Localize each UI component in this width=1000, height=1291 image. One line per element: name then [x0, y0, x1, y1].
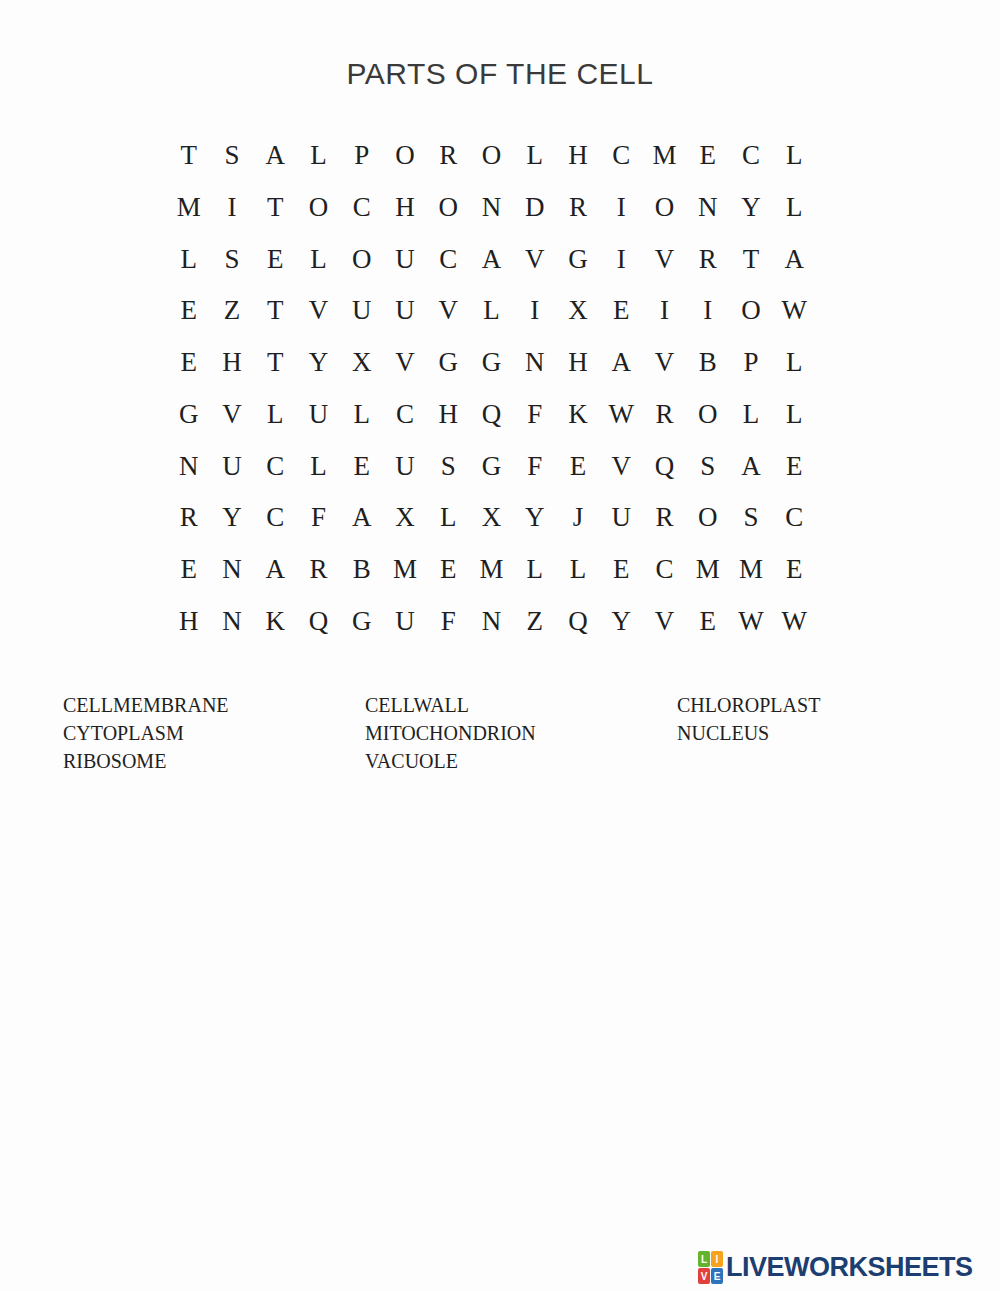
grid-cell-r10c11[interactable]: Y — [600, 595, 643, 647]
grid-cell-r1c1[interactable]: T — [167, 130, 210, 182]
grid-cell-r2c7[interactable]: O — [427, 182, 470, 234]
word-list-item: CYTOPLASM — [63, 719, 229, 747]
grid-cell-r4c7[interactable]: V — [427, 285, 470, 337]
grid-cell-r6c2[interactable]: V — [210, 389, 253, 441]
grid-cell-r9c10[interactable]: L — [556, 544, 599, 596]
grid-cell-r5c8[interactable]: G — [470, 337, 513, 389]
grid-cell-r1c9[interactable]: L — [513, 130, 556, 182]
grid-cell-r3c5[interactable]: O — [340, 233, 383, 285]
grid-cell-r8c12[interactable]: R — [643, 492, 686, 544]
grid-cell-r9c5[interactable]: B — [340, 544, 383, 596]
grid-cell-r9c7[interactable]: E — [427, 544, 470, 596]
grid-cell-r4c13[interactable]: I — [686, 285, 729, 337]
grid-cell-r2c9[interactable]: D — [513, 182, 556, 234]
grid-cell-r1c15[interactable]: L — [773, 130, 816, 182]
grid-cell-r4c5[interactable]: U — [340, 285, 383, 337]
grid-cell-r7c5[interactable]: E — [340, 440, 383, 492]
grid-cell-r6c1[interactable]: G — [167, 389, 210, 441]
grid-cell-r7c8[interactable]: G — [470, 440, 513, 492]
grid-cell-r1c3[interactable]: A — [254, 130, 297, 182]
grid-cell-r5c13[interactable]: B — [686, 337, 729, 389]
grid-cell-r10c6[interactable]: U — [383, 595, 426, 647]
grid-cell-r9c9[interactable]: L — [513, 544, 556, 596]
grid-cell-r10c4[interactable]: Q — [297, 595, 340, 647]
grid-cell-r5c3[interactable]: T — [254, 337, 297, 389]
grid-cell-r7c14[interactable]: A — [729, 440, 772, 492]
grid-cell-r8c2[interactable]: Y — [210, 492, 253, 544]
grid-cell-r10c15[interactable]: W — [773, 595, 816, 647]
grid-cell-r7c7[interactable]: S — [427, 440, 470, 492]
grid-cell-r3c10[interactable]: G — [556, 233, 599, 285]
logo-tile-v: V — [698, 1268, 710, 1284]
grid-cell-r6c9[interactable]: F — [513, 389, 556, 441]
grid-cell-r7c9[interactable]: F — [513, 440, 556, 492]
grid-cell-r8c7[interactable]: L — [427, 492, 470, 544]
grid-cell-r9c8[interactable]: M — [470, 544, 513, 596]
grid-cell-r3c4[interactable]: L — [297, 233, 340, 285]
grid-cell-r3c15[interactable]: A — [773, 233, 816, 285]
grid-cell-r3c12[interactable]: V — [643, 233, 686, 285]
grid-cell-r10c7[interactable]: F — [427, 595, 470, 647]
logo-tile-l: L — [698, 1251, 710, 1267]
grid-cell-r9c11[interactable]: E — [600, 544, 643, 596]
grid-cell-r9c12[interactable]: C — [643, 544, 686, 596]
grid-cell-r4c3[interactable]: T — [254, 285, 297, 337]
grid-cell-r9c2[interactable]: N — [210, 544, 253, 596]
grid-cell-r1c7[interactable]: R — [427, 130, 470, 182]
grid-cell-r6c13[interactable]: O — [686, 389, 729, 441]
grid-cell-r8c14[interactable]: S — [729, 492, 772, 544]
liveworksheets-logo-icon: LIVE — [698, 1251, 723, 1284]
liveworksheets-logo: LIVE LIVEWORKSHEETS — [698, 1251, 973, 1284]
grid-cell-r7c4[interactable]: L — [297, 440, 340, 492]
grid-cell-r5c11[interactable]: A — [600, 337, 643, 389]
grid-cell-r3c9[interactable]: V — [513, 233, 556, 285]
word-list-item: CELLWALL — [365, 691, 536, 719]
grid-cell-r2c6[interactable]: H — [383, 182, 426, 234]
grid-cell-r10c12[interactable]: V — [643, 595, 686, 647]
grid-cell-r10c8[interactable]: N — [470, 595, 513, 647]
grid-cell-r10c14[interactable]: W — [729, 595, 772, 647]
grid-cell-r10c9[interactable]: Z — [513, 595, 556, 647]
grid-cell-r8c4[interactable]: F — [297, 492, 340, 544]
grid-cell-r5c12[interactable]: V — [643, 337, 686, 389]
grid-cell-r5c4[interactable]: Y — [297, 337, 340, 389]
grid-cell-r8c1[interactable]: R — [167, 492, 210, 544]
grid-cell-r5c1[interactable]: E — [167, 337, 210, 389]
grid-cell-r6c8[interactable]: Q — [470, 389, 513, 441]
grid-cell-r8c13[interactable]: O — [686, 492, 729, 544]
grid-cell-r4c8[interactable]: L — [470, 285, 513, 337]
grid-cell-r2c5[interactable]: C — [340, 182, 383, 234]
grid-cell-r10c2[interactable]: N — [210, 595, 253, 647]
grid-cell-r8c11[interactable]: U — [600, 492, 643, 544]
grid-cell-r9c1[interactable]: E — [167, 544, 210, 596]
liveworksheets-logo-text: LIVEWORKSHEETS — [726, 1252, 973, 1283]
grid-cell-r3c1[interactable]: L — [167, 233, 210, 285]
grid-cell-r9c6[interactable]: M — [383, 544, 426, 596]
grid-cell-r6c15[interactable]: L — [773, 389, 816, 441]
grid-cell-r2c14[interactable]: Y — [729, 182, 772, 234]
grid-cell-r7c12[interactable]: Q — [643, 440, 686, 492]
grid-cell-r3c8[interactable]: A — [470, 233, 513, 285]
grid-cell-r4c9[interactable]: I — [513, 285, 556, 337]
grid-cell-r10c13[interactable]: E — [686, 595, 729, 647]
word-list-column-2: CELLWALLMITOCHONDRIONVACUOLE — [365, 691, 536, 775]
grid-cell-r6c12[interactable]: R — [643, 389, 686, 441]
grid-cell-r9c4[interactable]: R — [297, 544, 340, 596]
grid-cell-r6c5[interactable]: L — [340, 389, 383, 441]
grid-cell-r6c10[interactable]: K — [556, 389, 599, 441]
grid-cell-r9c13[interactable]: M — [686, 544, 729, 596]
grid-cell-r3c7[interactable]: C — [427, 233, 470, 285]
grid-cell-r3c13[interactable]: R — [686, 233, 729, 285]
word-list: CELLMEMBRANECYTOPLASMRIBOSOMECELLWALLMIT… — [0, 691, 1000, 781]
grid-cell-r8c6[interactable]: X — [383, 492, 426, 544]
grid-cell-r6c3[interactable]: L — [254, 389, 297, 441]
grid-cell-r3c6[interactable]: U — [383, 233, 426, 285]
grid-cell-r5c9[interactable]: N — [513, 337, 556, 389]
grid-cell-r8c15[interactable]: C — [773, 492, 816, 544]
grid-cell-r3c3[interactable]: E — [254, 233, 297, 285]
grid-cell-r2c8[interactable]: N — [470, 182, 513, 234]
grid-cell-r5c15[interactable]: L — [773, 337, 816, 389]
grid-cell-r10c5[interactable]: G — [340, 595, 383, 647]
grid-cell-r1c4[interactable]: L — [297, 130, 340, 182]
grid-cell-r9c14[interactable]: M — [729, 544, 772, 596]
grid-cell-r1c11[interactable]: C — [600, 130, 643, 182]
word-list-item: NUCLEUS — [677, 719, 820, 747]
grid-cell-r4c15[interactable]: W — [773, 285, 816, 337]
grid-cell-r8c9[interactable]: Y — [513, 492, 556, 544]
grid-cell-r2c3[interactable]: T — [254, 182, 297, 234]
grid-cell-r4c10[interactable]: X — [556, 285, 599, 337]
grid-cell-r1c6[interactable]: O — [383, 130, 426, 182]
grid-cell-r5c14[interactable]: P — [729, 337, 772, 389]
grid-cell-r8c3[interactable]: C — [254, 492, 297, 544]
grid-cell-r9c3[interactable]: A — [254, 544, 297, 596]
grid-cell-r3c14[interactable]: T — [729, 233, 772, 285]
grid-cell-r6c4[interactable]: U — [297, 389, 340, 441]
grid-cell-r10c3[interactable]: K — [254, 595, 297, 647]
grid-cell-r2c15[interactable]: L — [773, 182, 816, 234]
grid-cell-r6c7[interactable]: H — [427, 389, 470, 441]
grid-cell-r1c14[interactable]: C — [729, 130, 772, 182]
grid-cell-r4c11[interactable]: E — [600, 285, 643, 337]
grid-cell-r7c1[interactable]: N — [167, 440, 210, 492]
worksheet-page: PARTS OF THE CELL TSALPOROLHCMECLMITOCHO… — [0, 0, 1000, 1291]
grid-cell-r4c14[interactable]: O — [729, 285, 772, 337]
grid-cell-r7c3[interactable]: C — [254, 440, 297, 492]
grid-cell-r7c2[interactable]: U — [210, 440, 253, 492]
grid-cell-r10c1[interactable]: H — [167, 595, 210, 647]
word-search-grid: TSALPOROLHCMECLMITOCHONDRIONYLLSELOUCAVG… — [167, 130, 816, 647]
grid-cell-r6c6[interactable]: C — [383, 389, 426, 441]
grid-cell-r7c10[interactable]: E — [556, 440, 599, 492]
grid-cell-r1c12[interactable]: M — [643, 130, 686, 182]
logo-tile-e: E — [711, 1268, 723, 1284]
grid-cell-r1c2[interactable]: S — [210, 130, 253, 182]
word-list-item: MITOCHONDRION — [365, 719, 536, 747]
grid-cell-r4c2[interactable]: Z — [210, 285, 253, 337]
word-list-column-1: CELLMEMBRANECYTOPLASMRIBOSOME — [63, 691, 229, 775]
grid-cell-r4c12[interactable]: I — [643, 285, 686, 337]
grid-cell-r7c15[interactable]: E — [773, 440, 816, 492]
grid-cell-r5c7[interactable]: G — [427, 337, 470, 389]
grid-cell-r2c13[interactable]: N — [686, 182, 729, 234]
word-list-item: VACUOLE — [365, 747, 536, 775]
grid-cell-r2c11[interactable]: I — [600, 182, 643, 234]
grid-cell-r4c6[interactable]: U — [383, 285, 426, 337]
word-list-item: RIBOSOME — [63, 747, 229, 775]
grid-cell-r5c5[interactable]: X — [340, 337, 383, 389]
grid-cell-r1c8[interactable]: O — [470, 130, 513, 182]
grid-cell-r3c2[interactable]: S — [210, 233, 253, 285]
grid-cell-r4c4[interactable]: V — [297, 285, 340, 337]
grid-cell-r5c10[interactable]: H — [556, 337, 599, 389]
grid-cell-r2c10[interactable]: R — [556, 182, 599, 234]
grid-cell-r9c15[interactable]: E — [773, 544, 816, 596]
grid-cell-r6c14[interactable]: L — [729, 389, 772, 441]
grid-cell-r7c13[interactable]: S — [686, 440, 729, 492]
logo-tile-i: I — [711, 1251, 723, 1267]
grid-cell-r2c1[interactable]: M — [167, 182, 210, 234]
grid-cell-r6c11[interactable]: W — [600, 389, 643, 441]
grid-cell-r7c11[interactable]: V — [600, 440, 643, 492]
grid-cell-r5c2[interactable]: H — [210, 337, 253, 389]
grid-cell-r3c11[interactable]: I — [600, 233, 643, 285]
grid-cell-r7c6[interactable]: U — [383, 440, 426, 492]
word-list-item: CELLMEMBRANE — [63, 691, 229, 719]
grid-cell-r1c13[interactable]: E — [686, 130, 729, 182]
word-list-item: CHLOROPLAST — [677, 691, 820, 719]
grid-cell-r5c6[interactable]: V — [383, 337, 426, 389]
grid-cell-r2c4[interactable]: O — [297, 182, 340, 234]
grid-cell-r1c10[interactable]: H — [556, 130, 599, 182]
grid-cell-r2c12[interactable]: O — [643, 182, 686, 234]
grid-cell-r10c10[interactable]: Q — [556, 595, 599, 647]
grid-cell-r4c1[interactable]: E — [167, 285, 210, 337]
grid-cell-r8c10[interactable]: J — [556, 492, 599, 544]
word-list-column-3: CHLOROPLASTNUCLEUS — [677, 691, 820, 747]
grid-cell-r8c8[interactable]: X — [470, 492, 513, 544]
grid-cell-r8c5[interactable]: A — [340, 492, 383, 544]
grid-cell-r2c2[interactable]: I — [210, 182, 253, 234]
grid-cell-r1c5[interactable]: P — [340, 130, 383, 182]
page-title: PARTS OF THE CELL — [0, 57, 1000, 91]
